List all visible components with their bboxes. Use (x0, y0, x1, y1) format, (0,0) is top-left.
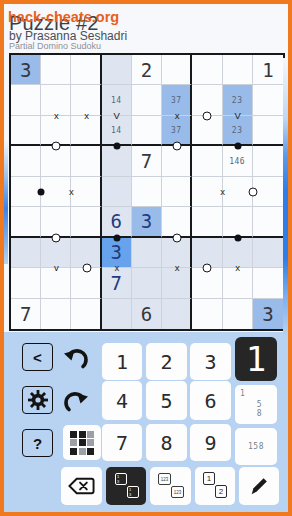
cell-r1c5[interactable]: 2 (132, 55, 162, 85)
cell-r6c6[interactable] (162, 207, 192, 237)
cell-r1c6[interactable] (162, 55, 192, 85)
backspace-button[interactable] (61, 467, 102, 505)
cell-r5c6[interactable] (162, 177, 192, 207)
pen-icon (248, 475, 270, 497)
watermark-text: hack-cheats.org (8, 9, 119, 25)
settings-gear-icon (28, 390, 48, 410)
cell-r5c1[interactable] (11, 177, 41, 207)
cell-r1c9[interactable]: 1 (253, 55, 283, 85)
corner-preview-5: 5 (257, 400, 262, 409)
cell-r2c5[interactable] (132, 85, 162, 115)
cell-r1c7[interactable] (192, 55, 222, 85)
digit-mode-button[interactable]: 1 2 (195, 467, 235, 505)
cell-r2c1[interactable] (11, 85, 41, 115)
cell-r4c3[interactable] (71, 146, 101, 176)
cell-r9c2[interactable] (41, 299, 71, 329)
help-button[interactable]: ? (22, 429, 53, 457)
cell-r6c8[interactable] (223, 207, 253, 237)
cell-r9c1[interactable]: 7 (11, 299, 41, 329)
back-button[interactable]: < (22, 343, 53, 371)
center-marks-icon: 123 123 (150, 467, 191, 505)
cell-r7c6[interactable] (162, 238, 192, 268)
cell-r5c8[interactable] (223, 177, 253, 207)
cell-r3c1[interactable] (11, 116, 41, 146)
cell-r2c7[interactable] (192, 85, 222, 115)
cell-r2c6[interactable]: 37 (162, 85, 192, 115)
puzzle-grid-icon (70, 431, 94, 455)
sudoku-board: 32114372314372371466337763 (9, 53, 285, 331)
cell-r4c5[interactable]: 7 (132, 146, 162, 176)
back-icon: < (33, 349, 42, 366)
numpad-6[interactable]: 6 (190, 381, 231, 420)
cell-r2c3[interactable] (71, 85, 101, 115)
right-scroll-strip[interactable] (283, 58, 288, 336)
cell-r9c4[interactable] (102, 299, 132, 329)
pen-mode-button[interactable] (239, 467, 279, 505)
cell-r9c5[interactable]: 6 (132, 299, 162, 329)
cell-r6c3[interactable] (71, 207, 101, 237)
cell-r1c3[interactable] (71, 55, 101, 85)
cell-r4c2[interactable] (41, 146, 71, 176)
corner-marks-mode-button[interactable]: 13 13 (106, 467, 146, 505)
redo-icon (62, 389, 90, 413)
cell-r4c9[interactable] (253, 146, 283, 176)
cell-r2c4[interactable]: 14 (102, 85, 132, 115)
undo-button[interactable] (60, 345, 92, 371)
cell-r7c1[interactable] (11, 238, 41, 268)
cell-r3c9[interactable] (253, 116, 283, 146)
cell-r7c2[interactable] (41, 238, 71, 268)
cell-r4c8[interactable]: 146 (223, 146, 253, 176)
puzzle-variant: Partial Domino Sudoku (9, 41, 101, 51)
undo-icon (62, 346, 90, 370)
numpad-1[interactable]: 1 (102, 343, 142, 380)
cell-r5c9[interactable] (253, 177, 283, 207)
center-preview-button[interactable]: 158 (235, 428, 277, 465)
cell-r7c8[interactable] (223, 238, 253, 268)
cell-r1c4[interactable] (102, 55, 132, 85)
selected-digit-button[interactable]: 1 (235, 337, 277, 381)
cell-r8c7[interactable] (192, 268, 222, 298)
cell-r7c9[interactable] (253, 238, 283, 268)
cell-r3c7[interactable] (192, 116, 222, 146)
numpad-7[interactable]: 7 (102, 424, 142, 461)
cell-r3c6[interactable]: 37 (162, 116, 192, 146)
cell-r6c4[interactable]: 6 (102, 207, 132, 237)
cell-r7c4[interactable]: 3 (102, 238, 132, 268)
cell-r8c6[interactable] (162, 268, 192, 298)
app-frame: hack-cheats.org Puzzle #2 by Prasanna Se… (0, 0, 292, 516)
cell-r9c6[interactable] (162, 299, 192, 329)
cell-r8c1[interactable] (11, 268, 41, 298)
cell-r2c8[interactable]: 23 (223, 85, 253, 115)
numpad-2[interactable]: 2 (146, 343, 187, 380)
cell-r3c8[interactable]: 23 (223, 116, 253, 146)
center-marks-mode-button[interactable]: 123 123 (150, 467, 191, 505)
digit-one-two-icon: 1 2 (195, 467, 235, 505)
numpad-5[interactable]: 5 (146, 381, 187, 420)
cell-r1c8[interactable] (223, 55, 253, 85)
numpad-3[interactable]: 3 (190, 343, 231, 380)
cell-r5c3[interactable] (71, 177, 101, 207)
cell-r3c4[interactable]: 14 (102, 116, 132, 146)
puzzle-select-button[interactable] (63, 425, 101, 460)
corner-preview-8: 8 (257, 409, 262, 418)
cell-r6c7[interactable] (192, 207, 222, 237)
cell-r8c8[interactable] (223, 268, 253, 298)
backspace-icon (68, 477, 95, 495)
cell-r1c1[interactable]: 3 (11, 55, 41, 85)
cell-r5c4[interactable] (102, 177, 132, 207)
cell-r7c3[interactable] (71, 238, 101, 268)
numpad-4[interactable]: 4 (102, 381, 142, 420)
cell-r4c6[interactable] (162, 146, 192, 176)
cell-r7c5[interactable] (132, 238, 162, 268)
cell-r3c2[interactable] (41, 116, 71, 146)
cell-r6c9[interactable] (253, 207, 283, 237)
cell-r4c4[interactable] (102, 146, 132, 176)
corner-marks-icon: 13 13 (106, 467, 146, 505)
cell-r8c5[interactable] (132, 268, 162, 298)
numpad-9[interactable]: 9 (190, 424, 231, 461)
cell-r3c5[interactable] (132, 116, 162, 146)
settings-button[interactable] (22, 386, 53, 414)
numpad-8[interactable]: 8 (146, 424, 187, 461)
cell-r8c3[interactable] (71, 268, 101, 298)
cell-r9c3[interactable] (71, 299, 101, 329)
cell-r5c5[interactable] (132, 177, 162, 207)
app-screen: hack-cheats.org Puzzle #2 by Prasanna Se… (4, 4, 288, 512)
left-scroll-strip (4, 140, 8, 264)
cell-r9c7[interactable] (192, 299, 222, 329)
cell-r5c2[interactable] (41, 177, 71, 207)
cell-r1c2[interactable] (41, 55, 71, 85)
center-preview-value: 158 (248, 442, 264, 451)
cell-r4c7[interactable] (192, 146, 222, 176)
cell-r8c2[interactable] (41, 268, 71, 298)
cell-r8c4[interactable]: 7 (102, 268, 132, 298)
selected-digit-value: 1 (246, 339, 266, 379)
corner-preview-button[interactable]: 1 5 8 (235, 385, 277, 424)
cell-r3c3[interactable] (71, 116, 101, 146)
cell-r6c2[interactable] (41, 207, 71, 237)
cell-r9c9[interactable]: 3 (253, 299, 283, 329)
cell-r7c7[interactable] (192, 238, 222, 268)
help-icon: ? (33, 435, 42, 452)
cell-r9c8[interactable] (223, 299, 253, 329)
redo-button[interactable] (60, 388, 92, 414)
cell-r6c1[interactable] (11, 207, 41, 237)
cell-r6c5[interactable]: 3 (132, 207, 162, 237)
corner-preview-1: 1 (240, 389, 245, 398)
cell-r2c2[interactable] (41, 85, 71, 115)
cell-r8c9[interactable] (253, 268, 283, 298)
cell-r5c7[interactable] (192, 177, 222, 207)
cell-r4c1[interactable] (11, 146, 41, 176)
cell-r2c9[interactable] (253, 85, 283, 115)
